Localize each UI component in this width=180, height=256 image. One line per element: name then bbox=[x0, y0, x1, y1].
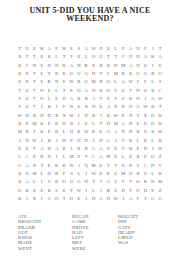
grid-cell: U bbox=[68, 179, 75, 187]
grid-cell: W bbox=[83, 128, 90, 136]
grid-cell: B bbox=[75, 78, 82, 86]
grid-cell: D bbox=[119, 187, 126, 195]
grid-cell: H bbox=[46, 145, 53, 153]
grid-cell: Y bbox=[46, 70, 53, 78]
grid-cell: H bbox=[60, 95, 67, 103]
grid-cell: D bbox=[83, 112, 90, 120]
grid-cell: D bbox=[127, 128, 134, 136]
grid-cell: W bbox=[156, 128, 163, 136]
grid-cell: D bbox=[97, 45, 104, 53]
grid-cell: F bbox=[119, 145, 126, 153]
grid-cell: B bbox=[75, 128, 82, 136]
grid-cell: G bbox=[90, 145, 97, 153]
grid-cell: F bbox=[105, 70, 112, 78]
grid-cell: B bbox=[16, 170, 23, 178]
grid-cell: C bbox=[156, 87, 163, 95]
grid-cell: A bbox=[134, 103, 141, 111]
grid-cell: B bbox=[38, 128, 45, 136]
grid-cell: A bbox=[127, 195, 134, 203]
grid-cell: O bbox=[134, 187, 141, 195]
grid-cell: F bbox=[134, 195, 141, 203]
grid-cell: H bbox=[90, 195, 97, 203]
grid-cell: A bbox=[97, 153, 104, 161]
grid-cell: I bbox=[119, 195, 126, 203]
grid-cell: H bbox=[46, 62, 53, 70]
word-list-column-2: BEGANCAMEDROVEHADLEFTMETWERE bbox=[72, 214, 118, 251]
grid-cell: U bbox=[97, 53, 104, 61]
grid-cell: I bbox=[38, 137, 45, 145]
grid-cell: A bbox=[105, 103, 112, 111]
grid-cell: I bbox=[53, 137, 60, 145]
grid-cell: G bbox=[156, 195, 163, 203]
grid-cell: L bbox=[149, 78, 156, 86]
grid-cell: T bbox=[127, 187, 134, 195]
grid-cell: B bbox=[119, 70, 126, 78]
grid-cell: N bbox=[134, 62, 141, 70]
grid-cell: E bbox=[75, 53, 82, 61]
grid-cell: B bbox=[142, 137, 149, 145]
grid-cell: H bbox=[23, 112, 30, 120]
grid-cell: G bbox=[105, 179, 112, 187]
grid-cell: N bbox=[31, 62, 38, 70]
grid-cell: U bbox=[142, 62, 149, 70]
grid-cell: X bbox=[142, 112, 149, 120]
grid-cell: W bbox=[142, 103, 149, 111]
grid-cell: T bbox=[23, 53, 30, 61]
grid-cell: O bbox=[156, 70, 163, 78]
grid-cell: E bbox=[38, 62, 45, 70]
grid-cell: E bbox=[83, 120, 90, 128]
grid-cell: W bbox=[31, 137, 38, 145]
grid-cell: Z bbox=[156, 187, 163, 195]
word-search-grid: TUEWAPWESAWDELPANFJTRTTERLTFELOUTTFDHAKA… bbox=[16, 45, 164, 204]
grid-cell: B bbox=[156, 120, 163, 128]
grid-cell: H bbox=[83, 179, 90, 187]
grid-cell: A bbox=[68, 95, 75, 103]
grid-cell: I bbox=[38, 103, 45, 111]
grid-cell: T bbox=[75, 153, 82, 161]
grid-cell: T bbox=[105, 162, 112, 170]
grid-cell: M bbox=[68, 153, 75, 161]
grid-cell: E bbox=[127, 153, 134, 161]
grid-cell: B bbox=[68, 103, 75, 111]
grid-cell: O bbox=[68, 195, 75, 203]
grid-cell: L bbox=[83, 53, 90, 61]
grid-cell: X bbox=[31, 195, 38, 203]
grid-cell: O bbox=[149, 112, 156, 120]
worksheet-page: UNIT 5-DID YOU HAVE A NICE WEEKEND? TUEW… bbox=[0, 7, 180, 256]
grid-cell: P bbox=[119, 45, 126, 53]
grid-cell: T bbox=[156, 103, 163, 111]
grid-cell: T bbox=[31, 103, 38, 111]
grid-cell: T bbox=[60, 87, 67, 95]
grid-cell: W bbox=[112, 112, 119, 120]
grid-cell: T bbox=[31, 78, 38, 86]
word-list-column-1: ATEBROUGHTDRANKGOTKNEWMADEWENT bbox=[18, 214, 72, 251]
grid-cell: E bbox=[16, 78, 23, 86]
grid-cell: B bbox=[134, 128, 141, 136]
grid-cell: I bbox=[53, 153, 60, 161]
grid-cell: B bbox=[134, 153, 141, 161]
grid-cell: B bbox=[156, 112, 163, 120]
grid-cell: Y bbox=[68, 187, 75, 195]
grid-cell: O bbox=[53, 195, 60, 203]
grid-cell: L bbox=[149, 137, 156, 145]
grid-cell: H bbox=[134, 87, 141, 95]
grid-cell: D bbox=[46, 112, 53, 120]
grid-cell: L bbox=[112, 78, 119, 86]
grid-cell: K bbox=[46, 78, 53, 86]
grid-cell: A bbox=[53, 145, 60, 153]
grid-cell: A bbox=[68, 62, 75, 70]
grid-cell: F bbox=[112, 95, 119, 103]
grid-cell: E bbox=[23, 170, 30, 178]
grid-cell: I bbox=[38, 195, 45, 203]
grid-cell: F bbox=[68, 53, 75, 61]
grid-cell: B bbox=[31, 112, 38, 120]
grid-cell: F bbox=[134, 78, 141, 86]
grid-cell: B bbox=[53, 128, 60, 136]
grid-cell: G bbox=[75, 179, 82, 187]
grid-cell: A bbox=[127, 45, 134, 53]
grid-cell: D bbox=[97, 137, 104, 145]
grid-cell: M bbox=[119, 62, 126, 70]
grid-cell: O bbox=[142, 87, 149, 95]
grid-cell: L bbox=[38, 170, 45, 178]
grid-cell: O bbox=[134, 179, 141, 187]
grid-cell: E bbox=[97, 162, 104, 170]
grid-cell: I bbox=[38, 179, 45, 187]
grid-cell: A bbox=[83, 87, 90, 95]
grid-cell: E bbox=[97, 128, 104, 136]
worksheet-title: UNIT 5-DID YOU HAVE A NICE WEEKEND? bbox=[0, 7, 180, 23]
grid-cell: R bbox=[60, 70, 67, 78]
grid-cell: B bbox=[23, 128, 30, 136]
grid-cell: V bbox=[134, 162, 141, 170]
grid-cell: B bbox=[149, 103, 156, 111]
grid-cell: G bbox=[83, 70, 90, 78]
grid-cell: A bbox=[149, 95, 156, 103]
grid-cell: A bbox=[156, 53, 163, 61]
grid-cell: B bbox=[53, 179, 60, 187]
grid-cell: E bbox=[60, 78, 67, 86]
grid-cell: O bbox=[127, 170, 134, 178]
grid-cell: W bbox=[75, 187, 82, 195]
grid-cell: D bbox=[134, 95, 141, 103]
grid-cell: R bbox=[46, 53, 53, 61]
grid-cell: C bbox=[105, 137, 112, 145]
grid-cell: X bbox=[60, 112, 67, 120]
grid-cell: T bbox=[60, 195, 67, 203]
grid-cell: I bbox=[68, 145, 75, 153]
grid-cell: N bbox=[46, 153, 53, 161]
grid-cell: T bbox=[142, 195, 149, 203]
grid-cell: B bbox=[75, 145, 82, 153]
grid-cell: F bbox=[68, 137, 75, 145]
grid-cell: W bbox=[90, 170, 97, 178]
grid-cell: E bbox=[38, 187, 45, 195]
grid-cell: W bbox=[38, 45, 45, 53]
grid-cell: T bbox=[112, 162, 119, 170]
grid-cell: F bbox=[119, 179, 126, 187]
grid-cell: K bbox=[149, 53, 156, 61]
grid-cell: T bbox=[105, 53, 112, 61]
grid-cell: A bbox=[127, 62, 134, 70]
word-list: ATEBROUGHTDRANKGOTKNEWMADEWENT BEGANCAME… bbox=[0, 214, 180, 251]
grid-cell: L bbox=[134, 137, 141, 145]
grid-cell: B bbox=[127, 95, 134, 103]
grid-cell: T bbox=[112, 53, 119, 61]
grid-cell: H bbox=[68, 128, 75, 136]
grid-cell: U bbox=[23, 45, 30, 53]
grid-cell: D bbox=[90, 87, 97, 95]
grid-cell: T bbox=[31, 95, 38, 103]
grid-cell: B bbox=[16, 70, 23, 78]
grid-cell: R bbox=[112, 103, 119, 111]
grid-cell: A bbox=[46, 45, 53, 53]
grid-cell: A bbox=[112, 128, 119, 136]
grid-cell: B bbox=[46, 103, 53, 111]
grid-cell: I bbox=[149, 62, 156, 70]
grid-cell: R bbox=[105, 170, 112, 178]
grid-cell: A bbox=[38, 145, 45, 153]
grid-cell: I bbox=[53, 103, 60, 111]
grid-cell: T bbox=[16, 45, 23, 53]
grid-cell: E bbox=[38, 78, 45, 86]
grid-cell: R bbox=[16, 53, 23, 61]
grid-cell: E bbox=[31, 153, 38, 161]
grid-cell: E bbox=[90, 62, 97, 70]
grid-cell: F bbox=[142, 45, 149, 53]
grid-cell: N bbox=[53, 78, 60, 86]
grid-cell: L bbox=[112, 45, 119, 53]
grid-cell: G bbox=[105, 128, 112, 136]
grid-cell: E bbox=[23, 70, 30, 78]
grid-cell: B bbox=[53, 120, 60, 128]
grid-cell: E bbox=[38, 53, 45, 61]
grid-cell: E bbox=[112, 145, 119, 153]
grid-cell: U bbox=[134, 70, 141, 78]
grid-cell: T bbox=[156, 45, 163, 53]
grid-cell: J bbox=[142, 95, 149, 103]
grid-cell: C bbox=[142, 162, 149, 170]
grid-cell: J bbox=[149, 45, 156, 53]
grid-cell: A bbox=[23, 179, 30, 187]
grid-cell: M bbox=[156, 179, 163, 187]
grid-cell: D bbox=[105, 120, 112, 128]
grid-cell: B bbox=[105, 62, 112, 70]
grid-cell: B bbox=[149, 128, 156, 136]
grid-cell: I bbox=[90, 137, 97, 145]
grid-cell: L bbox=[53, 53, 60, 61]
grid-cell: V bbox=[156, 162, 163, 170]
grid-cell: B bbox=[23, 187, 30, 195]
grid-cell: E bbox=[134, 120, 141, 128]
grid-cell: J bbox=[83, 170, 90, 178]
grid-cell: O bbox=[105, 87, 112, 95]
grid-cell: A bbox=[142, 53, 149, 61]
grid-cell: T bbox=[31, 70, 38, 78]
grid-cell: F bbox=[83, 153, 90, 161]
grid-cell: L bbox=[75, 170, 82, 178]
grid-cell: E bbox=[119, 112, 126, 120]
grid-cell: H bbox=[75, 137, 82, 145]
grid-cell: B bbox=[16, 120, 23, 128]
grid-cell: B bbox=[142, 179, 149, 187]
grid-cell: B bbox=[38, 153, 45, 161]
grid-cell: B bbox=[90, 112, 97, 120]
grid-cell: R bbox=[60, 62, 67, 70]
grid-cell: O bbox=[60, 120, 67, 128]
grid-cell: E bbox=[46, 87, 53, 95]
grid-cell: O bbox=[16, 187, 23, 195]
grid-cell: O bbox=[90, 53, 97, 61]
grid-cell: B bbox=[105, 112, 112, 120]
grid-cell: W bbox=[60, 45, 67, 53]
grid-cell: F bbox=[16, 103, 23, 111]
grid-cell: F bbox=[119, 95, 126, 103]
grid-cell: E bbox=[60, 187, 67, 195]
grid-cell: E bbox=[156, 62, 163, 70]
grid-cell: B bbox=[156, 137, 163, 145]
grid-cell: W bbox=[90, 45, 97, 53]
grid-cell: T bbox=[97, 120, 104, 128]
grid-cell: I bbox=[97, 112, 104, 120]
grid-cell: B bbox=[60, 162, 67, 170]
grid-cell: S bbox=[156, 78, 163, 86]
grid-cell: N bbox=[75, 62, 82, 70]
grid-cell: B bbox=[83, 103, 90, 111]
grid-cell: T bbox=[134, 112, 141, 120]
grid-cell: E bbox=[23, 120, 30, 128]
grid-cell: O bbox=[142, 153, 149, 161]
grid-cell: H bbox=[134, 53, 141, 61]
grid-cell: L bbox=[60, 128, 67, 136]
grid-cell: M bbox=[119, 170, 126, 178]
grid-cell: I bbox=[97, 179, 104, 187]
title-line-2: WEEKEND? bbox=[0, 15, 180, 23]
grid-cell: E bbox=[46, 120, 53, 128]
grid-cell: E bbox=[119, 87, 126, 95]
grid-cell: E bbox=[38, 70, 45, 78]
grid-cell: V bbox=[112, 87, 119, 95]
grid-cell: D bbox=[142, 145, 149, 153]
grid-cell: K bbox=[105, 187, 112, 195]
grid-cell: W bbox=[112, 195, 119, 203]
grid-cell: G bbox=[16, 162, 23, 170]
grid-cell: B bbox=[75, 95, 82, 103]
grid-cell: E bbox=[97, 170, 104, 178]
grid-cell: L bbox=[149, 170, 156, 178]
grid-cell: E bbox=[105, 45, 112, 53]
grid-cell: E bbox=[119, 162, 126, 170]
grid-cell: E bbox=[31, 187, 38, 195]
grid-cell: B bbox=[134, 170, 141, 178]
grid-cell: T bbox=[60, 53, 67, 61]
grid-cell: M bbox=[105, 153, 112, 161]
grid-cell: H bbox=[46, 170, 53, 178]
grid-cell: E bbox=[75, 195, 82, 203]
grid-cell: N bbox=[127, 112, 134, 120]
grid-cell: A bbox=[83, 45, 90, 53]
grid-cell: B bbox=[46, 137, 53, 145]
grid-cell: T bbox=[38, 162, 45, 170]
grid-cell: M bbox=[31, 170, 38, 178]
word-list-item: WERE bbox=[72, 246, 118, 251]
grid-cell: S bbox=[68, 170, 75, 178]
grid-cell: E bbox=[134, 145, 141, 153]
grid-cell: D bbox=[149, 179, 156, 187]
grid-cell: E bbox=[105, 95, 112, 103]
grid-cell: I bbox=[97, 187, 104, 195]
grid-cell: W bbox=[156, 145, 163, 153]
grid-cell: B bbox=[83, 95, 90, 103]
grid-cell: T bbox=[31, 53, 38, 61]
grid-cell: R bbox=[97, 87, 104, 95]
grid-cell: W bbox=[127, 78, 134, 86]
grid-cell: F bbox=[16, 95, 23, 103]
grid-cell: E bbox=[31, 45, 38, 53]
grid-cell: E bbox=[112, 187, 119, 195]
grid-cell: J bbox=[16, 137, 23, 145]
grid-cell: I bbox=[23, 62, 30, 70]
grid-cell: M bbox=[16, 128, 23, 136]
grid-cell: E bbox=[75, 103, 82, 111]
grid-cell: L bbox=[31, 179, 38, 187]
grid-cell: M bbox=[112, 70, 119, 78]
grid-cell: B bbox=[90, 128, 97, 136]
grid-cell: S bbox=[75, 45, 82, 53]
grid-cell: E bbox=[23, 145, 30, 153]
grid-cell: E bbox=[112, 153, 119, 161]
grid-cell: W bbox=[127, 145, 134, 153]
grid-cell: A bbox=[97, 145, 104, 153]
grid-cell: Y bbox=[149, 187, 156, 195]
grid-cell: M bbox=[90, 78, 97, 86]
grid-cell: B bbox=[16, 195, 23, 203]
word-list-column-3: BOUGHTDIDGAVEHEARDLIKEDWAS bbox=[118, 214, 168, 251]
grid-cell: W bbox=[16, 112, 23, 120]
grid-cell: B bbox=[127, 162, 134, 170]
grid-cell: V bbox=[46, 179, 53, 187]
grid-cell: H bbox=[142, 187, 149, 195]
grid-cell: A bbox=[97, 195, 104, 203]
grid-cell: B bbox=[60, 145, 67, 153]
grid-cell: E bbox=[97, 103, 104, 111]
grid-cell: C bbox=[23, 153, 30, 161]
grid-cell: W bbox=[60, 137, 67, 145]
grid-cell: U bbox=[83, 78, 90, 86]
grid-cell: C bbox=[90, 153, 97, 161]
grid-cell: T bbox=[90, 179, 97, 187]
grid-cell: G bbox=[149, 195, 156, 203]
grid-cell: D bbox=[97, 78, 104, 86]
grid-cell: D bbox=[83, 137, 90, 145]
grid-cell: L bbox=[90, 120, 97, 128]
grid-cell: K bbox=[53, 162, 60, 170]
grid-cell: E bbox=[68, 45, 75, 53]
grid-cell: B bbox=[127, 70, 134, 78]
grid-cell: G bbox=[16, 153, 23, 161]
grid-cell: E bbox=[68, 87, 75, 95]
grid-cell: O bbox=[68, 70, 75, 78]
grid-cell: F bbox=[31, 128, 38, 136]
grid-cell: B bbox=[53, 170, 60, 178]
grid-cell: H bbox=[90, 103, 97, 111]
grid-cell: B bbox=[97, 62, 104, 70]
grid-cell: T bbox=[16, 87, 23, 95]
grid-cell: B bbox=[46, 187, 53, 195]
